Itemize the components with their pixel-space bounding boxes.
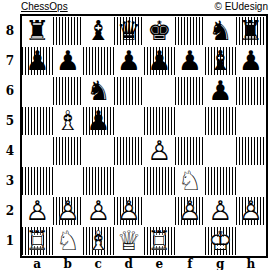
piece-glyph: ♟ <box>53 47 84 74</box>
piece-black-knight: ♞ <box>83 76 114 106</box>
square-e5[interactable] <box>144 106 175 136</box>
piece-outline: ♘ <box>175 167 206 194</box>
square-c6[interactable]: ♞ <box>83 76 114 106</box>
square-a2[interactable]: ♟♙ <box>22 196 53 226</box>
piece-glyph: ♟ <box>175 47 206 74</box>
square-g1[interactable]: ♚♔ <box>205 226 236 256</box>
square-c5[interactable]: ♟ <box>83 106 114 136</box>
square-c8[interactable]: ♝ <box>83 16 114 46</box>
rank-label-7: 7 <box>0 46 20 76</box>
piece-black-pawn: ♟ <box>53 46 84 76</box>
piece-black-bishop: ♝ <box>205 46 236 76</box>
piece-black-bishop: ♝ <box>83 16 114 46</box>
file-label-f: f <box>175 257 206 270</box>
square-h5[interactable] <box>236 106 267 136</box>
file-label-a: a <box>22 257 53 270</box>
square-c4[interactable] <box>83 136 114 166</box>
rank-label-2: 2 <box>0 196 20 226</box>
piece-outline: ♙ <box>53 197 84 224</box>
square-e1[interactable]: ♜♖ <box>144 226 175 256</box>
piece-glyph: ♜ <box>22 17 53 44</box>
square-a8[interactable]: ♜ <box>22 16 53 46</box>
piece-glyph: ♚ <box>144 17 175 44</box>
chess-diagram-page: ChessOps © EUdesign 87654321 ♜♝♛♚♞♜♟♟♟♟♟… <box>0 0 270 270</box>
piece-black-pawn: ♟ <box>236 46 267 76</box>
piece-glyph: ♛ <box>114 17 145 44</box>
square-d4[interactable] <box>114 136 145 166</box>
square-d8[interactable]: ♛ <box>114 16 145 46</box>
piece-black-pawn: ♟ <box>83 106 114 136</box>
piece-glyph: ♟ <box>22 47 53 74</box>
file-label-c: c <box>83 257 114 270</box>
piece-black-pawn: ♟ <box>22 46 53 76</box>
square-f8[interactable] <box>175 16 206 46</box>
square-f3[interactable]: ♞♘ <box>175 166 206 196</box>
square-a7[interactable]: ♟ <box>22 46 53 76</box>
file-label-b: b <box>53 257 84 270</box>
piece-outline: ♙ <box>114 197 145 224</box>
chess-board: ♜♝♛♚♞♜♟♟♟♟♟♝♟♞♟♝♗♟♟♙♞♘♟♙♟♙♟♙♟♙♟♙♟♙♟♙♜♖♞♘… <box>20 14 268 258</box>
rank-label-5: 5 <box>0 106 20 136</box>
square-a6[interactable] <box>22 76 53 106</box>
rank-labels: 87654321 <box>0 16 20 256</box>
piece-glyph: ♞ <box>83 77 114 104</box>
square-g2[interactable]: ♟♙ <box>205 196 236 226</box>
square-f7[interactable]: ♟ <box>175 46 206 76</box>
file-labels: abcdefgh <box>22 257 266 270</box>
square-b6[interactable] <box>53 76 84 106</box>
square-g4[interactable] <box>205 136 236 166</box>
piece-white-pawn: ♟♙ <box>22 196 53 226</box>
square-d7[interactable]: ♟ <box>114 46 145 76</box>
square-b5[interactable]: ♝♗ <box>53 106 84 136</box>
square-h2[interactable]: ♟♙ <box>236 196 267 226</box>
square-a4[interactable] <box>22 136 53 166</box>
piece-white-pawn: ♟♙ <box>114 196 145 226</box>
square-c1[interactable]: ♝♗ <box>83 226 114 256</box>
square-f2[interactable]: ♟♙ <box>175 196 206 226</box>
piece-white-knight: ♞♘ <box>175 166 206 196</box>
piece-glyph: ♟ <box>144 47 175 74</box>
square-c2[interactable]: ♟♙ <box>83 196 114 226</box>
piece-white-bishop: ♝♗ <box>83 226 114 256</box>
piece-white-pawn: ♟♙ <box>83 196 114 226</box>
square-g7[interactable]: ♝ <box>205 46 236 76</box>
file-label-h: h <box>236 257 267 270</box>
piece-white-pawn: ♟♙ <box>236 196 267 226</box>
piece-outline: ♔ <box>205 227 236 254</box>
square-c7[interactable] <box>83 46 114 76</box>
piece-outline: ♙ <box>175 197 206 224</box>
piece-white-pawn: ♟♙ <box>205 196 236 226</box>
piece-black-rook: ♜ <box>22 16 53 46</box>
rank-label-1: 1 <box>0 226 20 256</box>
rank-label-4: 4 <box>0 136 20 166</box>
piece-outline: ♙ <box>236 197 267 224</box>
piece-white-knight: ♞♘ <box>53 226 84 256</box>
square-a1[interactable]: ♜♖ <box>22 226 53 256</box>
piece-outline: ♗ <box>83 227 114 254</box>
piece-outline: ♙ <box>144 137 175 164</box>
piece-black-king: ♚ <box>144 16 175 46</box>
square-e3[interactable] <box>144 166 175 196</box>
square-e7[interactable]: ♟ <box>144 46 175 76</box>
square-h6[interactable] <box>236 76 267 106</box>
piece-glyph: ♟ <box>236 47 267 74</box>
square-b1[interactable]: ♞♘ <box>53 226 84 256</box>
piece-glyph: ♟ <box>114 47 145 74</box>
square-e8[interactable]: ♚ <box>144 16 175 46</box>
piece-black-pawn: ♟ <box>114 46 145 76</box>
square-a3[interactable] <box>22 166 53 196</box>
square-c3[interactable] <box>83 166 114 196</box>
piece-outline: ♙ <box>205 197 236 224</box>
piece-glyph: ♟ <box>83 107 114 134</box>
square-b4[interactable] <box>53 136 84 166</box>
square-a5[interactable] <box>22 106 53 136</box>
rank-label-6: 6 <box>0 76 20 106</box>
piece-white-bishop: ♝♗ <box>53 106 84 136</box>
piece-white-queen: ♛♕ <box>114 226 145 256</box>
app-title-link[interactable]: ChessOps <box>21 1 68 12</box>
square-b3[interactable] <box>53 166 84 196</box>
piece-glyph: ♞ <box>205 17 236 44</box>
square-b8[interactable] <box>53 16 84 46</box>
rank-label-3: 3 <box>0 166 20 196</box>
square-d6[interactable] <box>114 76 145 106</box>
square-g5[interactable] <box>205 106 236 136</box>
piece-outline: ♘ <box>53 227 84 254</box>
file-label-g: g <box>205 257 236 270</box>
square-h7[interactable]: ♟ <box>236 46 267 76</box>
piece-white-king: ♚♔ <box>205 226 236 256</box>
piece-glyph: ♜ <box>236 17 267 44</box>
square-b7[interactable]: ♟ <box>53 46 84 76</box>
piece-white-pawn: ♟♙ <box>175 196 206 226</box>
piece-white-rook: ♜♖ <box>22 226 53 256</box>
square-f4[interactable] <box>175 136 206 166</box>
square-f1[interactable] <box>175 226 206 256</box>
piece-outline: ♙ <box>22 197 53 224</box>
square-h3[interactable] <box>236 166 267 196</box>
rank-label-8: 8 <box>0 16 20 46</box>
square-f5[interactable] <box>175 106 206 136</box>
piece-outline: ♗ <box>53 107 84 134</box>
piece-white-pawn: ♟♙ <box>53 196 84 226</box>
square-d3[interactable] <box>114 166 145 196</box>
square-e4[interactable]: ♟♙ <box>144 136 175 166</box>
piece-white-rook: ♜♖ <box>144 226 175 256</box>
piece-outline: ♖ <box>22 227 53 254</box>
square-h4[interactable] <box>236 136 267 166</box>
square-d5[interactable] <box>114 106 145 136</box>
square-d2[interactable]: ♟♙ <box>114 196 145 226</box>
square-g8[interactable]: ♞ <box>205 16 236 46</box>
square-h1[interactable] <box>236 226 267 256</box>
piece-black-rook: ♜ <box>236 16 267 46</box>
piece-outline: ♕ <box>114 227 145 254</box>
square-f6[interactable] <box>175 76 206 106</box>
copyright-credit: © EUdesign <box>214 1 268 12</box>
piece-black-pawn: ♟ <box>205 76 236 106</box>
piece-black-pawn: ♟ <box>144 46 175 76</box>
piece-black-knight: ♞ <box>205 16 236 46</box>
square-g6[interactable]: ♟ <box>205 76 236 106</box>
piece-glyph: ♟ <box>205 77 236 104</box>
piece-glyph: ♝ <box>205 47 236 74</box>
square-e6[interactable] <box>144 76 175 106</box>
square-b2[interactable]: ♟♙ <box>53 196 84 226</box>
piece-outline: ♖ <box>144 227 175 254</box>
square-d1[interactable]: ♛♕ <box>114 226 145 256</box>
piece-glyph: ♝ <box>83 17 114 44</box>
file-label-d: d <box>114 257 145 270</box>
piece-white-pawn: ♟♙ <box>144 136 175 166</box>
file-label-e: e <box>144 257 175 270</box>
piece-black-pawn: ♟ <box>175 46 206 76</box>
square-h8[interactable]: ♜ <box>236 16 267 46</box>
piece-outline: ♙ <box>83 197 114 224</box>
piece-black-queen: ♛ <box>114 16 145 46</box>
square-e2[interactable] <box>144 196 175 226</box>
square-g3[interactable] <box>205 166 236 196</box>
